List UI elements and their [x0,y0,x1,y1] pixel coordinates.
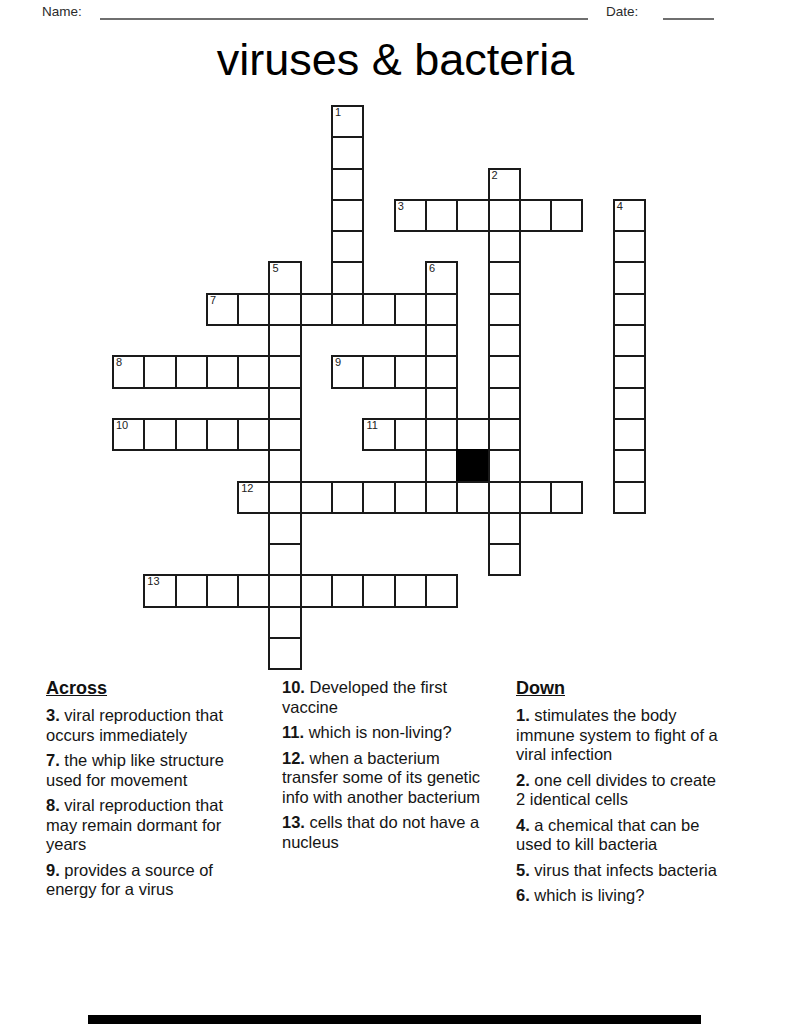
down-header: Down [516,678,718,699]
clue-item: 4. a chemical that can be used to kill b… [516,816,718,855]
grid-cell[interactable]: 8 [112,355,145,388]
clue-number: 11. [282,723,309,741]
grid-cell[interactable] [425,293,458,326]
cell-number: 9 [335,357,341,368]
grid-cell[interactable] [488,512,521,545]
cell-number: 3 [398,201,404,212]
page-title: viruses & bacteria [0,34,791,86]
across-clues-column-2: 10. Developed the first vaccine11. which… [282,678,482,858]
grid-cell[interactable] [425,418,458,451]
clue-item: 8. viral reproduction that may remain do… [46,796,242,855]
grid-cell[interactable] [300,481,333,514]
grid-cell[interactable] [237,418,270,451]
grid-cell[interactable] [268,449,301,482]
grid-cell[interactable] [613,293,646,326]
grid-cell[interactable] [268,387,301,420]
grid-cell[interactable]: 11 [362,418,395,451]
clue-number: 4. [516,816,534,834]
grid-cell[interactable] [425,481,458,514]
clue-text: which is non-living? [309,723,452,741]
grid-cell[interactable] [206,574,239,607]
grid-cell[interactable] [613,324,646,357]
grid-cell[interactable] [425,355,458,388]
grid-cell[interactable] [550,199,583,232]
clue-number: 5. [516,861,534,879]
clue-text: a chemical that can be used to kill bact… [516,816,699,854]
cell-number: 5 [272,263,278,274]
grid-cell[interactable] [175,355,208,388]
grid-cell[interactable] [613,449,646,482]
clue-text: viral reproduction that occurs immediate… [46,706,223,744]
grid-cell[interactable] [237,355,270,388]
grid-cell[interactable] [268,543,301,576]
grid-cell[interactable]: 1 [331,105,364,138]
grid-cell[interactable]: 9 [331,355,364,388]
cell-number: 13 [147,576,159,587]
cell-number: 1 [335,107,341,118]
clue-number: 13. [282,813,310,831]
grid-cell[interactable] [268,355,301,388]
clue-text: virus that infects bacteria [534,861,717,879]
grid-cell[interactable] [143,355,176,388]
name-blank-line[interactable] [100,3,588,20]
clue-item: 9. provides a source of energy for a vir… [46,861,242,900]
cell-number: 2 [492,170,498,181]
clue-text: viral reproduction that may remain dorma… [46,796,223,853]
grid-cell[interactable] [488,261,521,294]
grid-cell[interactable] [362,481,395,514]
grid-cell[interactable] [268,606,301,639]
across-clue-list-continued: 10. Developed the first vaccine11. which… [282,678,482,852]
grid-cell[interactable] [613,261,646,294]
cell-number: 4 [617,201,623,212]
grid-cell[interactable] [143,418,176,451]
grid-cell[interactable] [331,574,364,607]
clue-number: 9. [46,861,64,879]
clue-number: 2. [516,771,534,789]
down-clues-column: Down 1. stimulates the body immune syste… [516,678,718,912]
grid-cell[interactable] [488,199,521,232]
grid-cell[interactable] [331,230,364,263]
clue-item: 11. which is non-living? [282,723,482,743]
grid-cell[interactable] [613,418,646,451]
grid-cell[interactable] [362,574,395,607]
grid-cell[interactable]: 7 [206,293,239,326]
cell-number: 6 [429,263,435,274]
grid-cell[interactable] [362,293,395,326]
grid-cell[interactable] [613,355,646,388]
grid-cell[interactable]: 5 [268,261,301,294]
name-label: Name: [42,4,82,19]
grid-cell[interactable] [488,293,521,326]
grid-cell[interactable] [425,387,458,420]
clue-item: 13. cells that do not have a nucleus [282,813,482,852]
clue-number: 8. [46,796,64,814]
across-header: Across [46,678,242,699]
cell-number: 8 [116,357,122,368]
clue-item: 5. virus that infects bacteria [516,861,718,881]
grid-cell[interactable] [331,481,364,514]
grid-cell[interactable] [206,355,239,388]
grid-cell[interactable] [456,481,489,514]
grid-cell[interactable] [300,293,333,326]
grid-cell[interactable]: 4 [613,199,646,232]
cell-number: 12 [241,483,253,494]
clue-item: 7. the whip like structure used for move… [46,751,242,790]
grid-cell[interactable] [331,136,364,169]
grid-cell[interactable]: 10 [112,418,145,451]
date-blank-line[interactable] [663,3,714,20]
grid-cell[interactable] [613,387,646,420]
grid-cell[interactable] [268,418,301,451]
clue-item: 10. Developed the first vaccine [282,678,482,717]
grid-cell[interactable] [331,293,364,326]
grid-cell[interactable] [488,543,521,576]
clue-item: 3. viral reproduction that occurs immedi… [46,706,242,745]
grid-cell[interactable] [300,574,333,607]
grid-cell[interactable] [488,230,521,263]
grid-cell[interactable] [488,481,521,514]
grid-cell[interactable] [362,355,395,388]
down-clue-list: 1. stimulates the body immune system to … [516,706,718,906]
grid-cell[interactable] [456,199,489,232]
grid-cell[interactable]: 6 [425,261,458,294]
clue-number: 3. [46,706,64,724]
bottom-bar [88,1015,701,1024]
grid-cell[interactable] [519,481,552,514]
grid-cell[interactable]: 13 [143,574,176,607]
grid-cell[interactable] [268,324,301,357]
grid-cell[interactable] [488,355,521,388]
grid-cell[interactable] [331,168,364,201]
clue-text: which is living? [534,886,644,904]
grid-cell[interactable] [488,324,521,357]
across-clue-list: 3. viral reproduction that occurs immedi… [46,706,242,900]
grid-cell[interactable] [425,324,458,357]
grid-cell[interactable] [488,418,521,451]
black-cell [456,449,489,482]
clue-text: stimulates the body immune system to fig… [516,706,718,763]
grid-cell[interactable] [488,449,521,482]
cell-number: 7 [210,295,216,306]
clue-number: 12. [282,749,310,767]
grid-cell[interactable] [550,481,583,514]
crossword-grid: 12345678910111213 [113,106,645,669]
clue-text: cells that do not have a nucleus [282,813,479,851]
grid-cell[interactable]: 3 [394,199,427,232]
clue-item: 12. when a bacterium transfer some of it… [282,749,482,808]
grid-cell[interactable] [206,418,239,451]
date-label: Date: [606,4,638,19]
grid-cell[interactable] [394,355,427,388]
grid-cell[interactable] [613,481,646,514]
grid-cell[interactable] [268,512,301,545]
worksheet-page: { "game": "crossword", "header": { "name… [0,0,791,1024]
grid-cell[interactable] [613,230,646,263]
grid-cell[interactable] [394,418,427,451]
grid-cell[interactable] [175,418,208,451]
clue-text: when a bacterium transfer some of its ge… [282,749,480,806]
grid-cell[interactable] [488,387,521,420]
cell-number: 11 [366,420,377,431]
grid-cell[interactable] [237,293,270,326]
grid-cell[interactable] [268,481,301,514]
grid-cell[interactable] [268,293,301,326]
grid-cell[interactable]: 12 [237,481,270,514]
across-clues-column-1: Across 3. viral reproduction that occurs… [46,678,242,906]
grid-cell[interactable] [425,574,458,607]
grid-cell[interactable] [425,449,458,482]
grid-cell[interactable] [456,418,489,451]
grid-cell[interactable]: 2 [488,168,521,201]
grid-cell[interactable] [268,574,301,607]
clue-item: 6. which is living? [516,886,718,906]
grid-cell[interactable] [237,574,270,607]
clue-item: 1. stimulates the body immune system to … [516,706,718,765]
clue-text: one cell divides to create 2 identical c… [516,771,716,809]
grid-cell[interactable] [175,574,208,607]
clue-number: 7. [46,751,64,769]
cell-number: 10 [116,420,128,431]
grid-cell[interactable] [331,199,364,232]
clue-number: 6. [516,886,534,904]
grid-cell[interactable] [425,199,458,232]
grid-cell[interactable] [394,481,427,514]
grid-cell[interactable] [394,574,427,607]
clue-text: the whip like structure used for movemen… [46,751,224,789]
grid-cell[interactable] [519,199,552,232]
grid-cell[interactable] [268,637,301,670]
clue-number: 1. [516,706,534,724]
grid-cell[interactable] [394,293,427,326]
clue-item: 2. one cell divides to create 2 identica… [516,771,718,810]
clue-text: provides a source of energy for a virus [46,861,213,899]
grid-cell[interactable] [331,261,364,294]
clue-number: 10. [282,678,310,696]
